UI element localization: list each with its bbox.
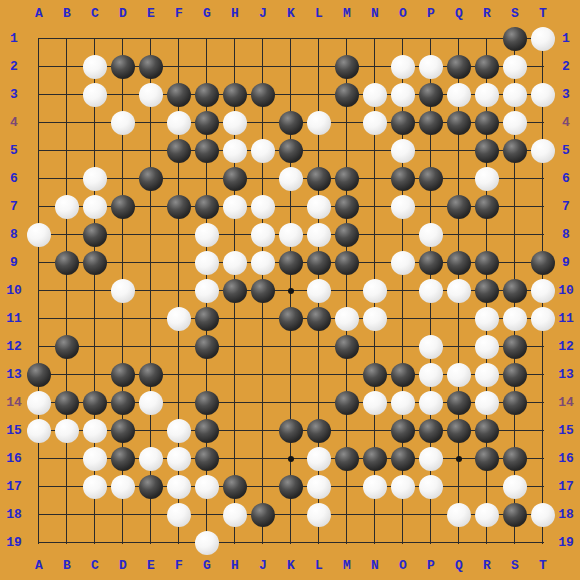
intersection[interactable]	[193, 221, 221, 249]
intersection[interactable]	[389, 109, 417, 137]
intersection[interactable]	[389, 529, 417, 557]
intersection[interactable]	[417, 473, 445, 501]
intersection[interactable]	[221, 333, 249, 361]
intersection[interactable]	[417, 305, 445, 333]
intersection[interactable]	[109, 305, 137, 333]
intersection[interactable]	[277, 529, 305, 557]
intersection[interactable]	[417, 277, 445, 305]
intersection[interactable]	[109, 249, 137, 277]
intersection[interactable]	[529, 165, 557, 193]
intersection[interactable]	[25, 81, 53, 109]
intersection[interactable]	[389, 25, 417, 53]
intersection[interactable]	[165, 501, 193, 529]
intersection[interactable]	[529, 221, 557, 249]
intersection[interactable]	[305, 473, 333, 501]
intersection[interactable]	[221, 221, 249, 249]
intersection[interactable]	[109, 417, 137, 445]
intersection[interactable]	[529, 417, 557, 445]
intersection[interactable]	[25, 249, 53, 277]
intersection[interactable]	[109, 277, 137, 305]
intersection[interactable]	[81, 137, 109, 165]
intersection[interactable]	[473, 53, 501, 81]
intersection[interactable]	[333, 333, 361, 361]
intersection[interactable]	[445, 109, 473, 137]
intersection[interactable]	[333, 473, 361, 501]
intersection[interactable]	[361, 333, 389, 361]
intersection[interactable]	[501, 529, 529, 557]
intersection[interactable]	[501, 277, 529, 305]
intersection[interactable]	[109, 193, 137, 221]
intersection[interactable]	[81, 25, 109, 53]
intersection[interactable]	[137, 361, 165, 389]
intersection[interactable]	[529, 361, 557, 389]
intersection[interactable]	[445, 361, 473, 389]
intersection[interactable]	[25, 445, 53, 473]
intersection[interactable]	[221, 501, 249, 529]
intersection[interactable]	[473, 501, 501, 529]
intersection[interactable]	[529, 137, 557, 165]
intersection[interactable]	[501, 417, 529, 445]
intersection[interactable]	[277, 193, 305, 221]
intersection[interactable]	[137, 333, 165, 361]
intersection[interactable]	[417, 221, 445, 249]
intersection[interactable]	[529, 53, 557, 81]
intersection[interactable]	[305, 529, 333, 557]
intersection[interactable]	[109, 25, 137, 53]
intersection[interactable]	[417, 361, 445, 389]
intersection[interactable]	[109, 53, 137, 81]
intersection[interactable]	[221, 473, 249, 501]
intersection[interactable]	[473, 361, 501, 389]
intersection[interactable]	[445, 249, 473, 277]
intersection[interactable]	[81, 53, 109, 81]
intersection[interactable]	[529, 249, 557, 277]
intersection[interactable]	[473, 305, 501, 333]
intersection[interactable]	[305, 445, 333, 473]
intersection[interactable]	[389, 445, 417, 473]
intersection[interactable]	[333, 361, 361, 389]
intersection[interactable]	[277, 81, 305, 109]
intersection[interactable]	[221, 109, 249, 137]
intersection[interactable]	[249, 277, 277, 305]
intersection[interactable]	[165, 277, 193, 305]
intersection[interactable]	[137, 389, 165, 417]
intersection[interactable]	[221, 81, 249, 109]
intersection[interactable]	[445, 333, 473, 361]
intersection[interactable]	[389, 473, 417, 501]
intersection[interactable]	[305, 25, 333, 53]
intersection[interactable]	[473, 249, 501, 277]
intersection[interactable]	[445, 193, 473, 221]
intersection[interactable]	[445, 389, 473, 417]
intersection[interactable]	[501, 361, 529, 389]
intersection[interactable]	[333, 529, 361, 557]
intersection[interactable]	[137, 277, 165, 305]
intersection[interactable]	[165, 165, 193, 193]
intersection[interactable]	[501, 389, 529, 417]
intersection[interactable]	[529, 109, 557, 137]
intersection[interactable]	[53, 249, 81, 277]
intersection[interactable]	[221, 389, 249, 417]
intersection[interactable]	[361, 165, 389, 193]
intersection[interactable]	[193, 165, 221, 193]
intersection[interactable]	[25, 277, 53, 305]
intersection[interactable]	[53, 277, 81, 305]
intersection[interactable]	[109, 165, 137, 193]
intersection[interactable]	[193, 25, 221, 53]
intersection[interactable]	[193, 473, 221, 501]
intersection[interactable]	[81, 333, 109, 361]
intersection[interactable]	[53, 333, 81, 361]
intersection[interactable]	[109, 389, 137, 417]
intersection[interactable]	[249, 473, 277, 501]
intersection[interactable]	[445, 445, 473, 473]
intersection[interactable]	[221, 165, 249, 193]
intersection[interactable]	[389, 137, 417, 165]
intersection[interactable]	[53, 53, 81, 81]
intersection[interactable]	[25, 221, 53, 249]
intersection[interactable]	[529, 473, 557, 501]
intersection[interactable]	[361, 473, 389, 501]
intersection[interactable]	[361, 417, 389, 445]
intersection[interactable]	[25, 473, 53, 501]
intersection[interactable]	[249, 25, 277, 53]
intersection[interactable]	[445, 277, 473, 305]
intersection[interactable]	[249, 305, 277, 333]
intersection[interactable]	[501, 193, 529, 221]
intersection[interactable]	[109, 109, 137, 137]
intersection[interactable]	[473, 473, 501, 501]
intersection[interactable]	[333, 165, 361, 193]
intersection[interactable]	[501, 109, 529, 137]
intersection[interactable]	[361, 361, 389, 389]
intersection[interactable]	[277, 221, 305, 249]
intersection[interactable]	[25, 137, 53, 165]
intersection[interactable]	[81, 361, 109, 389]
intersection[interactable]	[277, 389, 305, 417]
intersection[interactable]	[445, 221, 473, 249]
intersection[interactable]	[529, 529, 557, 557]
intersection[interactable]	[473, 445, 501, 473]
intersection[interactable]	[305, 165, 333, 193]
intersection[interactable]	[529, 333, 557, 361]
intersection[interactable]	[305, 417, 333, 445]
intersection[interactable]	[81, 81, 109, 109]
intersection[interactable]	[445, 305, 473, 333]
intersection[interactable]	[109, 473, 137, 501]
intersection[interactable]	[193, 249, 221, 277]
intersection[interactable]	[109, 221, 137, 249]
intersection[interactable]	[165, 53, 193, 81]
intersection[interactable]	[137, 221, 165, 249]
intersection[interactable]	[53, 361, 81, 389]
intersection[interactable]	[473, 165, 501, 193]
intersection[interactable]	[333, 417, 361, 445]
intersection[interactable]	[473, 417, 501, 445]
intersection[interactable]	[277, 137, 305, 165]
intersection[interactable]	[137, 305, 165, 333]
intersection[interactable]	[361, 445, 389, 473]
intersection[interactable]	[81, 109, 109, 137]
intersection[interactable]	[249, 501, 277, 529]
intersection[interactable]	[417, 137, 445, 165]
intersection[interactable]	[389, 53, 417, 81]
intersection[interactable]	[305, 137, 333, 165]
intersection[interactable]	[53, 221, 81, 249]
intersection[interactable]	[277, 445, 305, 473]
intersection[interactable]	[221, 445, 249, 473]
intersection[interactable]	[333, 25, 361, 53]
intersection[interactable]	[137, 165, 165, 193]
intersection[interactable]	[81, 193, 109, 221]
intersection[interactable]	[333, 81, 361, 109]
intersection[interactable]	[109, 137, 137, 165]
intersection[interactable]	[473, 529, 501, 557]
intersection[interactable]	[137, 529, 165, 557]
intersection[interactable]	[165, 473, 193, 501]
intersection[interactable]	[165, 305, 193, 333]
intersection[interactable]	[25, 305, 53, 333]
intersection[interactable]	[501, 137, 529, 165]
intersection[interactable]	[389, 389, 417, 417]
intersection[interactable]	[137, 137, 165, 165]
intersection[interactable]	[529, 81, 557, 109]
intersection[interactable]	[193, 501, 221, 529]
intersection[interactable]	[389, 417, 417, 445]
intersection[interactable]	[389, 333, 417, 361]
intersection[interactable]	[473, 193, 501, 221]
intersection[interactable]	[361, 137, 389, 165]
intersection[interactable]	[221, 53, 249, 81]
intersection[interactable]	[53, 109, 81, 137]
intersection[interactable]	[25, 53, 53, 81]
intersection[interactable]	[501, 501, 529, 529]
intersection[interactable]	[277, 473, 305, 501]
intersection[interactable]	[249, 333, 277, 361]
intersection[interactable]	[165, 249, 193, 277]
intersection[interactable]	[25, 109, 53, 137]
intersection[interactable]	[445, 529, 473, 557]
intersection[interactable]	[473, 81, 501, 109]
intersection[interactable]	[501, 53, 529, 81]
intersection[interactable]	[473, 25, 501, 53]
intersection[interactable]	[417, 25, 445, 53]
intersection[interactable]	[165, 361, 193, 389]
intersection[interactable]	[25, 389, 53, 417]
intersection[interactable]	[501, 305, 529, 333]
intersection[interactable]	[221, 137, 249, 165]
intersection[interactable]	[165, 445, 193, 473]
intersection[interactable]	[501, 445, 529, 473]
intersection[interactable]	[277, 333, 305, 361]
intersection[interactable]	[53, 529, 81, 557]
intersection[interactable]	[193, 305, 221, 333]
intersection[interactable]	[193, 361, 221, 389]
intersection[interactable]	[25, 361, 53, 389]
intersection[interactable]	[193, 333, 221, 361]
intersection[interactable]	[249, 109, 277, 137]
intersection[interactable]	[389, 277, 417, 305]
intersection[interactable]	[361, 277, 389, 305]
intersection[interactable]	[165, 25, 193, 53]
intersection[interactable]	[193, 193, 221, 221]
intersection[interactable]	[361, 109, 389, 137]
intersection[interactable]	[249, 249, 277, 277]
intersection[interactable]	[137, 109, 165, 137]
intersection[interactable]	[473, 277, 501, 305]
intersection[interactable]	[221, 529, 249, 557]
intersection[interactable]	[193, 389, 221, 417]
intersection[interactable]	[277, 305, 305, 333]
intersection[interactable]	[389, 221, 417, 249]
intersection[interactable]	[81, 445, 109, 473]
intersection[interactable]	[277, 25, 305, 53]
intersection[interactable]	[81, 221, 109, 249]
intersection[interactable]	[333, 109, 361, 137]
intersection[interactable]	[445, 501, 473, 529]
intersection[interactable]	[249, 137, 277, 165]
intersection[interactable]	[25, 333, 53, 361]
intersection[interactable]	[109, 333, 137, 361]
intersection[interactable]	[165, 221, 193, 249]
intersection[interactable]	[361, 389, 389, 417]
intersection[interactable]	[193, 137, 221, 165]
intersection[interactable]	[305, 389, 333, 417]
intersection[interactable]	[249, 221, 277, 249]
intersection[interactable]	[249, 389, 277, 417]
intersection[interactable]	[277, 277, 305, 305]
intersection[interactable]	[361, 529, 389, 557]
intersection[interactable]	[501, 221, 529, 249]
intersection[interactable]	[305, 109, 333, 137]
intersection[interactable]	[165, 529, 193, 557]
intersection[interactable]	[81, 249, 109, 277]
intersection[interactable]	[165, 417, 193, 445]
intersection[interactable]	[389, 193, 417, 221]
intersection[interactable]	[137, 473, 165, 501]
intersection[interactable]	[249, 417, 277, 445]
intersection[interactable]	[529, 193, 557, 221]
intersection[interactable]	[221, 193, 249, 221]
intersection[interactable]	[361, 81, 389, 109]
intersection[interactable]	[165, 389, 193, 417]
intersection[interactable]	[109, 529, 137, 557]
intersection[interactable]	[165, 137, 193, 165]
intersection[interactable]	[361, 53, 389, 81]
intersection[interactable]	[529, 305, 557, 333]
intersection[interactable]	[305, 305, 333, 333]
intersection[interactable]	[81, 529, 109, 557]
intersection[interactable]	[361, 249, 389, 277]
intersection[interactable]	[277, 501, 305, 529]
intersection[interactable]	[501, 81, 529, 109]
intersection[interactable]	[361, 193, 389, 221]
intersection[interactable]	[473, 333, 501, 361]
intersection[interactable]	[137, 445, 165, 473]
intersection[interactable]	[221, 417, 249, 445]
intersection[interactable]	[473, 137, 501, 165]
intersection[interactable]	[277, 249, 305, 277]
intersection[interactable]	[249, 445, 277, 473]
intersection[interactable]	[389, 81, 417, 109]
intersection[interactable]	[81, 277, 109, 305]
intersection[interactable]	[109, 445, 137, 473]
intersection[interactable]	[445, 81, 473, 109]
intersection[interactable]	[249, 53, 277, 81]
intersection[interactable]	[389, 165, 417, 193]
intersection[interactable]	[501, 473, 529, 501]
intersection[interactable]	[389, 249, 417, 277]
intersection[interactable]	[109, 361, 137, 389]
intersection[interactable]	[137, 81, 165, 109]
intersection[interactable]	[361, 305, 389, 333]
intersection[interactable]	[249, 81, 277, 109]
intersection[interactable]	[193, 417, 221, 445]
intersection[interactable]	[305, 361, 333, 389]
intersection[interactable]	[81, 389, 109, 417]
intersection[interactable]	[249, 361, 277, 389]
intersection[interactable]	[53, 445, 81, 473]
intersection[interactable]	[333, 193, 361, 221]
intersection[interactable]	[53, 389, 81, 417]
intersection[interactable]	[165, 81, 193, 109]
intersection[interactable]	[81, 473, 109, 501]
intersection[interactable]	[277, 109, 305, 137]
intersection[interactable]	[81, 165, 109, 193]
intersection[interactable]	[53, 25, 81, 53]
intersection[interactable]	[53, 305, 81, 333]
intersection[interactable]	[361, 25, 389, 53]
intersection[interactable]	[277, 53, 305, 81]
intersection[interactable]	[53, 137, 81, 165]
intersection[interactable]	[417, 53, 445, 81]
intersection[interactable]	[445, 165, 473, 193]
intersection[interactable]	[445, 53, 473, 81]
intersection[interactable]	[305, 221, 333, 249]
intersection[interactable]	[277, 165, 305, 193]
intersection[interactable]	[389, 361, 417, 389]
intersection[interactable]	[417, 193, 445, 221]
intersection[interactable]	[529, 501, 557, 529]
intersection[interactable]	[417, 249, 445, 277]
intersection[interactable]	[53, 417, 81, 445]
intersection[interactable]	[109, 501, 137, 529]
intersection[interactable]	[221, 277, 249, 305]
intersection[interactable]	[529, 25, 557, 53]
intersection[interactable]	[333, 389, 361, 417]
intersection[interactable]	[333, 277, 361, 305]
intersection[interactable]	[137, 417, 165, 445]
intersection[interactable]	[249, 193, 277, 221]
intersection[interactable]	[81, 305, 109, 333]
intersection[interactable]	[333, 249, 361, 277]
intersection[interactable]	[193, 445, 221, 473]
intersection[interactable]	[445, 473, 473, 501]
intersection[interactable]	[333, 501, 361, 529]
intersection[interactable]	[137, 501, 165, 529]
intersection[interactable]	[389, 501, 417, 529]
intersection[interactable]	[165, 193, 193, 221]
intersection[interactable]	[25, 165, 53, 193]
intersection[interactable]	[417, 445, 445, 473]
intersection[interactable]	[501, 25, 529, 53]
intersection[interactable]	[417, 417, 445, 445]
intersection[interactable]	[417, 389, 445, 417]
intersection[interactable]	[53, 501, 81, 529]
intersection[interactable]	[53, 473, 81, 501]
intersection[interactable]	[305, 81, 333, 109]
intersection[interactable]	[389, 305, 417, 333]
